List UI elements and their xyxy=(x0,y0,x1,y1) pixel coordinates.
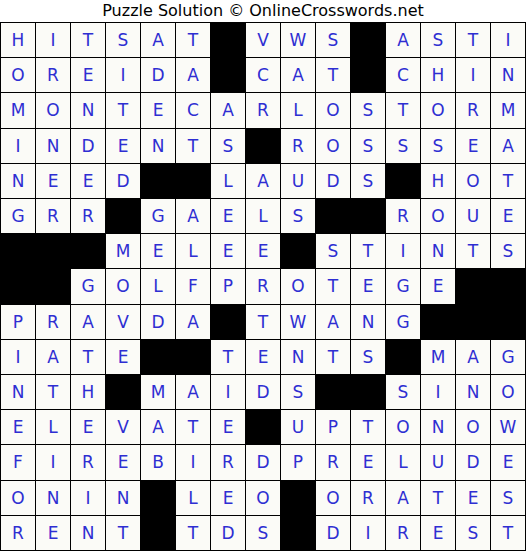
letter-cell-r8c8: R xyxy=(246,269,280,303)
block-cell-r2c7 xyxy=(211,58,245,92)
letter-cell-r13c9: P xyxy=(281,445,315,479)
letter-cell-r6c7: E xyxy=(211,199,245,233)
letter-cell-r5c14: O xyxy=(456,164,490,198)
letter-cell-r13c14: D xyxy=(456,445,490,479)
block-cell-r7c3 xyxy=(71,234,105,268)
letter-cell-r8c5: L xyxy=(141,269,175,303)
letter-cell-r3c12: T xyxy=(386,93,420,127)
letter-cell-r13c15: E xyxy=(491,445,525,479)
letter-cell-r4c6: T xyxy=(176,129,210,163)
block-cell-r5c6 xyxy=(176,164,210,198)
block-cell-r5c12 xyxy=(386,164,420,198)
letter-cell-r1c9: W xyxy=(281,23,315,57)
block-cell-r2c11 xyxy=(351,58,385,92)
letter-cell-r10c4: E xyxy=(106,340,140,374)
letter-cell-r14c11: R xyxy=(351,481,385,515)
letter-cell-r10c3: T xyxy=(71,340,105,374)
block-cell-r6c4 xyxy=(106,199,140,233)
letter-cell-r4c12: S xyxy=(386,129,420,163)
letter-cell-r6c1: G xyxy=(1,199,35,233)
letter-cell-r2c4: I xyxy=(106,58,140,92)
letter-cell-r9c6: A xyxy=(176,305,210,339)
letter-cell-r12c12: O xyxy=(386,410,420,444)
letter-cell-r4c1: I xyxy=(1,129,35,163)
block-cell-r15c5 xyxy=(141,516,175,550)
letter-cell-r9c11: N xyxy=(351,305,385,339)
block-cell-r5c5 xyxy=(141,164,175,198)
letter-cell-r4c7: S xyxy=(211,129,245,163)
letter-cell-r12c4: V xyxy=(106,410,140,444)
letter-cell-r15c2: E xyxy=(36,516,70,550)
letter-cell-r2c2: R xyxy=(36,58,70,92)
letter-cell-r15c13: E xyxy=(421,516,455,550)
letter-cell-r6c6: A xyxy=(176,199,210,233)
letter-cell-r13c1: F xyxy=(1,445,35,479)
letter-cell-r12c5: A xyxy=(141,410,175,444)
letter-cell-r1c13: S xyxy=(421,23,455,57)
letter-cell-r14c1: O xyxy=(1,481,35,515)
letter-cell-r13c5: B xyxy=(141,445,175,479)
page-title: Puzzle Solution © OnlineCrosswords.net xyxy=(0,0,526,22)
letter-cell-r1c10: S xyxy=(316,23,350,57)
letter-cell-r3c15: M xyxy=(491,93,525,127)
letter-cell-r4c9: R xyxy=(281,129,315,163)
letter-cell-r12c7: E xyxy=(211,410,245,444)
letter-cell-r5c11: S xyxy=(351,164,385,198)
block-cell-r8c1 xyxy=(1,269,35,303)
letter-cell-r9c3: A xyxy=(71,305,105,339)
letter-cell-r3c1: M xyxy=(1,93,35,127)
letter-cell-r7c5: E xyxy=(141,234,175,268)
letter-cell-r3c13: O xyxy=(421,93,455,127)
letter-cell-r1c15: I xyxy=(491,23,525,57)
block-cell-r6c10 xyxy=(316,199,350,233)
block-cell-r9c7 xyxy=(211,305,245,339)
letter-cell-r5c2: E xyxy=(36,164,70,198)
letter-cell-r7c10: S xyxy=(316,234,350,268)
letter-cell-r5c13: H xyxy=(421,164,455,198)
letter-cell-r10c9: N xyxy=(281,340,315,374)
letter-cell-r11c1: N xyxy=(1,375,35,409)
letter-cell-r11c8: D xyxy=(246,375,280,409)
letter-cell-r7c14: T xyxy=(456,234,490,268)
letter-cell-r8c7: P xyxy=(211,269,245,303)
puzzle-solution-page: Puzzle Solution © OnlineCrosswords.net H… xyxy=(0,0,526,551)
letter-cell-r10c13: M xyxy=(421,340,455,374)
letter-cell-r15c15: T xyxy=(491,516,525,550)
letter-cell-r9c8: T xyxy=(246,305,280,339)
letter-cell-r6c15: E xyxy=(491,199,525,233)
letter-cell-r13c7: R xyxy=(211,445,245,479)
letter-cell-r14c6: L xyxy=(176,481,210,515)
letter-cell-r8c6: F xyxy=(176,269,210,303)
letter-cell-r10c8: E xyxy=(246,340,280,374)
block-cell-r1c7 xyxy=(211,23,245,57)
letter-cell-r6c2: R xyxy=(36,199,70,233)
letter-cell-r15c14: S xyxy=(456,516,490,550)
letter-cell-r10c14: A xyxy=(456,340,490,374)
letter-cell-r1c4: S xyxy=(106,23,140,57)
letter-cell-r12c1: E xyxy=(1,410,35,444)
block-cell-r9c15 xyxy=(491,305,525,339)
letter-cell-r14c7: E xyxy=(211,481,245,515)
letter-cell-r6c3: R xyxy=(71,199,105,233)
letter-cell-r14c4: N xyxy=(106,481,140,515)
letter-cell-r8c12: G xyxy=(386,269,420,303)
block-cell-r4c8 xyxy=(246,129,280,163)
letter-cell-r4c14: E xyxy=(456,129,490,163)
block-cell-r10c5 xyxy=(141,340,175,374)
letter-cell-r7c7: E xyxy=(211,234,245,268)
letter-cell-r11c14: N xyxy=(456,375,490,409)
letter-cell-r1c5: A xyxy=(141,23,175,57)
block-cell-r7c9 xyxy=(281,234,315,268)
letter-cell-r15c12: R xyxy=(386,516,420,550)
block-cell-r14c5 xyxy=(141,481,175,515)
letter-cell-r5c7: L xyxy=(211,164,245,198)
letter-cell-r11c15: O xyxy=(491,375,525,409)
letter-cell-r6c12: R xyxy=(386,199,420,233)
letter-cell-r13c2: I xyxy=(36,445,70,479)
letter-cell-r9c1: P xyxy=(1,305,35,339)
letter-cell-r2c6: A xyxy=(176,58,210,92)
letter-cell-r12c13: N xyxy=(421,410,455,444)
letter-cell-r3c5: E xyxy=(141,93,175,127)
letter-cell-r15c3: N xyxy=(71,516,105,550)
letter-cell-r2c1: O xyxy=(1,58,35,92)
letter-cell-r8c10: T xyxy=(316,269,350,303)
block-cell-r1c11 xyxy=(351,23,385,57)
letter-cell-r15c8: S xyxy=(246,516,280,550)
letter-cell-r14c12: A xyxy=(386,481,420,515)
block-cell-r8c15 xyxy=(491,269,525,303)
letter-cell-r2c5: D xyxy=(141,58,175,92)
letter-cell-r12c6: T xyxy=(176,410,210,444)
letter-cell-r4c4: E xyxy=(106,129,140,163)
letter-cell-r4c11: S xyxy=(351,129,385,163)
block-cell-r11c10 xyxy=(316,375,350,409)
letter-cell-r11c3: H xyxy=(71,375,105,409)
letter-cell-r9c5: D xyxy=(141,305,175,339)
letter-cell-r5c10: D xyxy=(316,164,350,198)
letter-cell-r5c3: E xyxy=(71,164,105,198)
letter-cell-r2c13: H xyxy=(421,58,455,92)
letter-cell-r12c11: T xyxy=(351,410,385,444)
letter-cell-r3c3: N xyxy=(71,93,105,127)
letter-cell-r14c15: S xyxy=(491,481,525,515)
letter-cell-r13c3: R xyxy=(71,445,105,479)
block-cell-r7c1 xyxy=(1,234,35,268)
letter-cell-r2c10: T xyxy=(316,58,350,92)
letter-cell-r7c13: N xyxy=(421,234,455,268)
letter-cell-r3c8: R xyxy=(246,93,280,127)
letter-cell-r7c11: T xyxy=(351,234,385,268)
letter-cell-r11c12: S xyxy=(386,375,420,409)
letter-cell-r7c12: I xyxy=(386,234,420,268)
letter-cell-r1c6: T xyxy=(176,23,210,57)
letter-cell-r15c7: D xyxy=(211,516,245,550)
letter-cell-r11c7: I xyxy=(211,375,245,409)
letter-cell-r3c2: O xyxy=(36,93,70,127)
letter-cell-r2c9: A xyxy=(281,58,315,92)
letter-cell-r4c15: A xyxy=(491,129,525,163)
letter-cell-r9c10: A xyxy=(316,305,350,339)
letter-cell-r5c4: D xyxy=(106,164,140,198)
letter-cell-r5c8: A xyxy=(246,164,280,198)
letter-cell-r13c10: R xyxy=(316,445,350,479)
letter-cell-r6c8: L xyxy=(246,199,280,233)
letter-cell-r1c3: T xyxy=(71,23,105,57)
letter-cell-r5c9: U xyxy=(281,164,315,198)
block-cell-r8c14 xyxy=(456,269,490,303)
letter-cell-r3c4: T xyxy=(106,93,140,127)
letter-cell-r10c7: T xyxy=(211,340,245,374)
letter-cell-r1c12: A xyxy=(386,23,420,57)
letter-cell-r9c2: R xyxy=(36,305,70,339)
letter-cell-r12c15: W xyxy=(491,410,525,444)
letter-cell-r13c12: L xyxy=(386,445,420,479)
letter-cell-r12c9: U xyxy=(281,410,315,444)
letter-cell-r14c8: O xyxy=(246,481,280,515)
block-cell-r10c6 xyxy=(176,340,210,374)
letter-cell-r6c5: G xyxy=(141,199,175,233)
letter-cell-r2c14: I xyxy=(456,58,490,92)
letter-cell-r1c1: H xyxy=(1,23,35,57)
letter-cell-r7c8: E xyxy=(246,234,280,268)
letter-cell-r2c15: N xyxy=(491,58,525,92)
letter-cell-r6c14: U xyxy=(456,199,490,233)
letter-cell-r7c4: M xyxy=(106,234,140,268)
letter-cell-r15c11: I xyxy=(351,516,385,550)
letter-cell-r4c5: N xyxy=(141,129,175,163)
letter-cell-r8c13: E xyxy=(421,269,455,303)
letter-cell-r8c4: O xyxy=(106,269,140,303)
letter-cell-r10c1: I xyxy=(1,340,35,374)
letter-cell-r2c8: C xyxy=(246,58,280,92)
crossword-grid: HITSATVWSASTIOREIDACATCHINMONTECARLOSTOR… xyxy=(0,22,526,551)
letter-cell-r3c10: O xyxy=(316,93,350,127)
letter-cell-r14c2: N xyxy=(36,481,70,515)
letter-cell-r8c11: E xyxy=(351,269,385,303)
block-cell-r15c9 xyxy=(281,516,315,550)
letter-cell-r10c11: S xyxy=(351,340,385,374)
letter-cell-r4c10: O xyxy=(316,129,350,163)
block-cell-r8c2 xyxy=(36,269,70,303)
letter-cell-r4c2: N xyxy=(36,129,70,163)
letter-cell-r6c9: S xyxy=(281,199,315,233)
letter-cell-r3c6: C xyxy=(176,93,210,127)
letter-cell-r4c3: D xyxy=(71,129,105,163)
block-cell-r9c13 xyxy=(421,305,455,339)
letter-cell-r8c3: G xyxy=(71,269,105,303)
letter-cell-r10c2: A xyxy=(36,340,70,374)
letter-cell-r15c6: T xyxy=(176,516,210,550)
letter-cell-r3c7: A xyxy=(211,93,245,127)
block-cell-r11c11 xyxy=(351,375,385,409)
letter-cell-r13c6: I xyxy=(176,445,210,479)
letter-cell-r1c14: T xyxy=(456,23,490,57)
letter-cell-r15c10: D xyxy=(316,516,350,550)
letter-cell-r10c10: T xyxy=(316,340,350,374)
letter-cell-r12c3: E xyxy=(71,410,105,444)
letter-cell-r11c5: M xyxy=(141,375,175,409)
letter-cell-r15c1: R xyxy=(1,516,35,550)
block-cell-r6c11 xyxy=(351,199,385,233)
letter-cell-r15c4: T xyxy=(106,516,140,550)
letter-cell-r11c2: T xyxy=(36,375,70,409)
letter-cell-r1c8: V xyxy=(246,23,280,57)
letter-cell-r14c3: I xyxy=(71,481,105,515)
block-cell-r9c14 xyxy=(456,305,490,339)
letter-cell-r11c9: S xyxy=(281,375,315,409)
letter-cell-r9c9: W xyxy=(281,305,315,339)
letter-cell-r6c13: O xyxy=(421,199,455,233)
letter-cell-r12c10: P xyxy=(316,410,350,444)
letter-cell-r3c9: L xyxy=(281,93,315,127)
letter-cell-r7c6: L xyxy=(176,234,210,268)
letter-cell-r11c13: I xyxy=(421,375,455,409)
letter-cell-r2c3: E xyxy=(71,58,105,92)
letter-cell-r11c6: A xyxy=(176,375,210,409)
letter-cell-r14c14: E xyxy=(456,481,490,515)
block-cell-r10c12 xyxy=(386,340,420,374)
letter-cell-r14c13: T xyxy=(421,481,455,515)
letter-cell-r13c4: E xyxy=(106,445,140,479)
block-cell-r14c9 xyxy=(281,481,315,515)
letter-cell-r12c14: O xyxy=(456,410,490,444)
letter-cell-r1c2: I xyxy=(36,23,70,57)
block-cell-r7c2 xyxy=(36,234,70,268)
letter-cell-r8c9: O xyxy=(281,269,315,303)
letter-cell-r4c13: S xyxy=(421,129,455,163)
letter-cell-r3c11: S xyxy=(351,93,385,127)
letter-cell-r10c15: G xyxy=(491,340,525,374)
letter-cell-r3c14: R xyxy=(456,93,490,127)
letter-cell-r7c15: S xyxy=(491,234,525,268)
letter-cell-r14c10: O xyxy=(316,481,350,515)
letter-cell-r5c1: N xyxy=(1,164,35,198)
letter-cell-r5c15: T xyxy=(491,164,525,198)
letter-cell-r12c2: L xyxy=(36,410,70,444)
block-cell-r12c8 xyxy=(246,410,280,444)
letter-cell-r9c4: V xyxy=(106,305,140,339)
letter-cell-r9c12: G xyxy=(386,305,420,339)
letter-cell-r2c12: C xyxy=(386,58,420,92)
block-cell-r11c4 xyxy=(106,375,140,409)
letter-cell-r13c11: E xyxy=(351,445,385,479)
letter-cell-r13c8: D xyxy=(246,445,280,479)
letter-cell-r13c13: U xyxy=(421,445,455,479)
